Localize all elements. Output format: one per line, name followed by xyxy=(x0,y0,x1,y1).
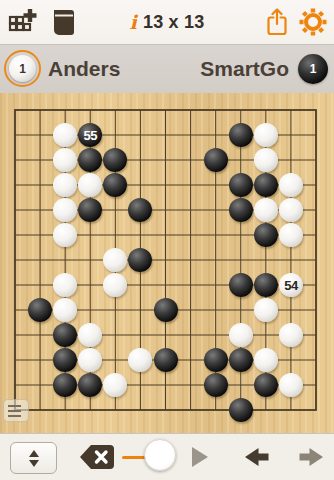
white-stone xyxy=(53,198,77,222)
board-cell[interactable] xyxy=(53,348,78,373)
board-cell[interactable] xyxy=(3,348,28,373)
board-cell[interactable] xyxy=(128,248,153,273)
board-cell[interactable] xyxy=(203,248,228,273)
black-stone xyxy=(204,373,228,397)
board-cell[interactable] xyxy=(28,373,53,398)
white-stone xyxy=(53,123,77,147)
board-cell[interactable] xyxy=(228,298,253,323)
board-cell[interactable] xyxy=(178,223,203,248)
board-cell[interactable] xyxy=(153,223,178,248)
board-cell[interactable] xyxy=(103,148,128,173)
white-stone xyxy=(254,298,278,322)
black-stone xyxy=(53,348,77,372)
board-cell[interactable] xyxy=(278,373,303,398)
board-cell[interactable] xyxy=(53,148,78,173)
board-grid: 5554 xyxy=(3,98,329,423)
board-cell[interactable] xyxy=(253,123,278,148)
board-cell[interactable] xyxy=(128,173,153,198)
black-stone xyxy=(78,148,102,172)
board-cell[interactable] xyxy=(303,198,328,223)
play-button[interactable] xyxy=(192,447,208,467)
board-cell[interactable] xyxy=(303,348,328,373)
black-stone xyxy=(154,298,178,322)
white-stone xyxy=(53,173,77,197)
board-cell[interactable] xyxy=(78,248,103,273)
board-cell[interactable] xyxy=(178,198,203,223)
bottom-toolbar xyxy=(0,433,334,480)
board-cell[interactable] xyxy=(253,323,278,348)
arrow-right-icon xyxy=(299,447,323,467)
black-stone xyxy=(78,373,102,397)
board-cell[interactable] xyxy=(203,373,228,398)
board-cell[interactable] xyxy=(3,148,28,173)
board-cell[interactable] xyxy=(28,323,53,348)
board-cell[interactable] xyxy=(103,323,128,348)
board-cell[interactable] xyxy=(228,273,253,298)
board-cell[interactable] xyxy=(3,223,28,248)
board-cell[interactable] xyxy=(178,173,203,198)
black-stone xyxy=(254,373,278,397)
arrow-left-icon xyxy=(245,447,269,467)
board-cell[interactable] xyxy=(253,98,278,123)
board-cell[interactable] xyxy=(228,348,253,373)
white-stone xyxy=(78,323,102,347)
board-cell[interactable] xyxy=(228,173,253,198)
board-cell[interactable] xyxy=(203,198,228,223)
board-cell[interactable] xyxy=(53,98,78,123)
board-cell[interactable] xyxy=(28,223,53,248)
board-cell[interactable]: 54 xyxy=(278,273,303,298)
board-cell[interactable] xyxy=(303,398,328,423)
board-cell[interactable] xyxy=(203,323,228,348)
share-icon xyxy=(266,8,288,36)
board-cell[interactable] xyxy=(303,298,328,323)
board-cell[interactable] xyxy=(253,173,278,198)
board-cell[interactable] xyxy=(53,323,78,348)
board-cell[interactable] xyxy=(28,148,53,173)
board-cell[interactable] xyxy=(103,198,128,223)
board-cell[interactable] xyxy=(178,148,203,173)
board-cell[interactable] xyxy=(228,123,253,148)
white-stone xyxy=(103,273,127,297)
white-stone xyxy=(53,298,77,322)
board-cell[interactable] xyxy=(53,273,78,298)
board-cell[interactable] xyxy=(3,198,28,223)
black-stone xyxy=(53,373,77,397)
white-stone xyxy=(279,323,303,347)
step-up-icon xyxy=(29,450,39,457)
board-cell[interactable] xyxy=(153,273,178,298)
board-cell[interactable] xyxy=(78,173,103,198)
white-stone xyxy=(279,198,303,222)
board-cell[interactable] xyxy=(203,123,228,148)
board-cell[interactable] xyxy=(53,373,78,398)
board-cell[interactable] xyxy=(178,348,203,373)
board-cell[interactable] xyxy=(178,123,203,148)
board-cell[interactable] xyxy=(228,398,253,423)
black-stone xyxy=(229,273,253,297)
board-cell[interactable] xyxy=(128,148,153,173)
board-cell[interactable] xyxy=(153,373,178,398)
black-stone xyxy=(229,398,253,422)
board-cell[interactable] xyxy=(128,323,153,348)
board-cell[interactable] xyxy=(78,98,103,123)
black-capture-badge: 1 xyxy=(298,54,328,84)
board-cell[interactable] xyxy=(153,248,178,273)
board-cell[interactable] xyxy=(103,373,128,398)
black-stone xyxy=(103,148,127,172)
white-stone xyxy=(254,148,278,172)
board-cell[interactable] xyxy=(178,323,203,348)
board-cell[interactable] xyxy=(303,173,328,198)
board-cell[interactable] xyxy=(128,223,153,248)
new-board-icon xyxy=(8,8,38,37)
board-cell[interactable] xyxy=(303,98,328,123)
board-cell[interactable] xyxy=(303,373,328,398)
white-stone xyxy=(53,148,77,172)
board-cell[interactable] xyxy=(3,123,28,148)
board-cell[interactable] xyxy=(178,273,203,298)
board-cell[interactable] xyxy=(28,248,53,273)
board-cell[interactable] xyxy=(53,298,78,323)
board-cell[interactable] xyxy=(3,248,28,273)
black-stone xyxy=(229,123,253,147)
board-cell[interactable] xyxy=(28,198,53,223)
board-cell[interactable] xyxy=(28,348,53,373)
board-cell[interactable] xyxy=(28,398,53,423)
black-stone xyxy=(254,223,278,247)
white-stone xyxy=(279,173,303,197)
board-cell[interactable] xyxy=(203,298,228,323)
white-stone xyxy=(103,248,127,272)
board-cell[interactable] xyxy=(53,198,78,223)
board-cell[interactable] xyxy=(103,273,128,298)
board-cell[interactable] xyxy=(278,123,303,148)
black-stone xyxy=(103,173,127,197)
step-down-icon xyxy=(29,460,39,467)
board-cell[interactable] xyxy=(203,148,228,173)
board-cell[interactable] xyxy=(228,373,253,398)
board-cell[interactable] xyxy=(128,298,153,323)
board-cell[interactable] xyxy=(253,223,278,248)
board-cell[interactable] xyxy=(278,323,303,348)
board-cell[interactable] xyxy=(303,273,328,298)
black-stone xyxy=(204,148,228,172)
board-cell[interactable] xyxy=(103,348,128,373)
board-cell[interactable]: 55 xyxy=(78,123,103,148)
jump-stepper-button[interactable] xyxy=(10,442,57,474)
board-cell[interactable] xyxy=(153,98,178,123)
black-stone xyxy=(128,248,152,272)
board-cell[interactable] xyxy=(228,98,253,123)
board-cell[interactable] xyxy=(228,198,253,223)
board-cell[interactable] xyxy=(103,123,128,148)
board-cell[interactable] xyxy=(28,98,53,123)
board-cell[interactable] xyxy=(28,173,53,198)
settings-button[interactable] xyxy=(298,7,328,37)
board-cell[interactable] xyxy=(203,273,228,298)
board-cell[interactable] xyxy=(153,348,178,373)
board-cell[interactable] xyxy=(253,148,278,173)
board-cell[interactable] xyxy=(3,373,28,398)
new-game-button[interactable] xyxy=(8,8,38,37)
board-cell[interactable] xyxy=(153,298,178,323)
board-cell[interactable] xyxy=(203,223,228,248)
board-cell[interactable] xyxy=(78,398,103,423)
go-board: 5554 xyxy=(0,93,334,433)
board-cell[interactable] xyxy=(303,323,328,348)
board-cell[interactable] xyxy=(28,298,53,323)
board-cell[interactable] xyxy=(278,223,303,248)
page-title: i 13 x 13 xyxy=(70,0,264,44)
board-cell[interactable] xyxy=(78,373,103,398)
top-toolbar: i 13 x 13 xyxy=(0,0,334,45)
board-cell[interactable] xyxy=(153,148,178,173)
board-cell[interactable] xyxy=(278,348,303,373)
board-cell[interactable] xyxy=(53,398,78,423)
board-cell[interactable] xyxy=(103,398,128,423)
white-stone: 54 xyxy=(279,273,303,297)
board-cell[interactable] xyxy=(28,123,53,148)
board-cell[interactable] xyxy=(103,248,128,273)
board-cell[interactable] xyxy=(303,248,328,273)
delete-move-button[interactable] xyxy=(79,444,115,474)
board-cell[interactable] xyxy=(203,398,228,423)
white-stone xyxy=(128,348,152,372)
board-cell[interactable] xyxy=(178,98,203,123)
white-stone xyxy=(229,323,253,347)
board-cell[interactable] xyxy=(3,323,28,348)
black-stone xyxy=(53,323,77,347)
board-cell[interactable] xyxy=(128,123,153,148)
white-stone xyxy=(254,198,278,222)
board-cell[interactable] xyxy=(103,173,128,198)
board-cell[interactable] xyxy=(228,223,253,248)
black-player-name: SmartGo xyxy=(200,57,289,81)
progress-slider-knob[interactable] xyxy=(144,439,176,471)
black-stone xyxy=(229,348,253,372)
to-move-ring: 1 xyxy=(4,50,41,87)
board-cell[interactable] xyxy=(53,223,78,248)
info-icon[interactable]: i xyxy=(130,11,137,33)
board-cell[interactable] xyxy=(53,123,78,148)
board-cell[interactable] xyxy=(203,98,228,123)
board-cell[interactable] xyxy=(103,298,128,323)
board-cell[interactable] xyxy=(228,148,253,173)
black-stone xyxy=(229,198,253,222)
white-stone xyxy=(78,173,102,197)
black-stone xyxy=(254,173,278,197)
board-cell[interactable] xyxy=(228,323,253,348)
previous-move-button[interactable] xyxy=(245,447,269,471)
gear-icon xyxy=(298,7,328,37)
board-cell[interactable] xyxy=(28,273,53,298)
white-stone xyxy=(279,373,303,397)
board-cell[interactable] xyxy=(3,273,28,298)
board-cell[interactable] xyxy=(303,123,328,148)
board-cell[interactable] xyxy=(203,173,228,198)
board-cell[interactable] xyxy=(278,173,303,198)
backspace-icon xyxy=(79,444,115,470)
board-cell[interactable] xyxy=(128,373,153,398)
board-cell[interactable] xyxy=(153,323,178,348)
board-cell[interactable] xyxy=(303,148,328,173)
white-stone xyxy=(103,373,127,397)
board-cell[interactable] xyxy=(203,348,228,373)
board-cell[interactable] xyxy=(53,173,78,198)
white-capture-badge: 1 xyxy=(9,55,36,82)
white-stone xyxy=(78,348,102,372)
board-cell[interactable] xyxy=(78,348,103,373)
board-cell[interactable] xyxy=(278,398,303,423)
board-cell[interactable] xyxy=(53,248,78,273)
black-stone xyxy=(229,173,253,197)
board-cell[interactable] xyxy=(128,348,153,373)
board-cell[interactable] xyxy=(153,198,178,223)
board-cell[interactable] xyxy=(128,273,153,298)
board-cell[interactable] xyxy=(278,248,303,273)
white-stone xyxy=(53,273,77,297)
black-stone xyxy=(154,348,178,372)
black-stone xyxy=(78,198,102,222)
board-cell[interactable] xyxy=(303,223,328,248)
board-cell[interactable] xyxy=(153,398,178,423)
board-cell[interactable] xyxy=(278,98,303,123)
board-cell[interactable] xyxy=(78,298,103,323)
board-cell[interactable] xyxy=(153,123,178,148)
board-cell[interactable] xyxy=(178,298,203,323)
board-cell[interactable] xyxy=(253,398,278,423)
board-cell[interactable] xyxy=(253,198,278,223)
share-button[interactable] xyxy=(266,8,288,36)
board-cell[interactable] xyxy=(128,198,153,223)
white-stone xyxy=(254,123,278,147)
board-cell[interactable] xyxy=(3,173,28,198)
black-player[interactable]: SmartGo 1 xyxy=(200,54,334,84)
black-stone xyxy=(28,298,52,322)
next-move-button[interactable] xyxy=(299,447,323,471)
black-stone xyxy=(254,273,278,297)
board-cell[interactable] xyxy=(153,173,178,198)
board-cell[interactable] xyxy=(128,398,153,423)
board-cell[interactable] xyxy=(178,248,203,273)
board-cell[interactable] xyxy=(128,98,153,123)
board-cell[interactable] xyxy=(178,373,203,398)
board-cell[interactable] xyxy=(78,148,103,173)
white-player[interactable]: 1 Anders xyxy=(0,50,120,87)
board-cell[interactable] xyxy=(278,298,303,323)
black-stone xyxy=(204,348,228,372)
board-cell[interactable] xyxy=(278,148,303,173)
board-cell[interactable] xyxy=(103,223,128,248)
board-cell[interactable] xyxy=(253,373,278,398)
board-cell[interactable] xyxy=(78,323,103,348)
board-cell[interactable] xyxy=(3,98,28,123)
board-cell[interactable] xyxy=(178,398,203,423)
black-stone xyxy=(128,198,152,222)
board-cell[interactable] xyxy=(78,198,103,223)
board-cell[interactable] xyxy=(228,248,253,273)
white-stone xyxy=(53,223,77,247)
white-stone xyxy=(279,223,303,247)
white-stone xyxy=(254,348,278,372)
board-cell[interactable] xyxy=(78,223,103,248)
board-cell[interactable] xyxy=(253,248,278,273)
board-cell[interactable] xyxy=(3,298,28,323)
board-cell[interactable] xyxy=(78,273,103,298)
player-bar: 1 Anders SmartGo 1 xyxy=(0,44,334,93)
game-tree-handle[interactable] xyxy=(3,399,29,422)
board-cell[interactable] xyxy=(253,348,278,373)
board-cell[interactable] xyxy=(103,98,128,123)
white-player-name: Anders xyxy=(48,57,120,81)
board-size-title: 13 x 13 xyxy=(143,12,204,33)
board-cell[interactable] xyxy=(278,198,303,223)
black-stone: 55 xyxy=(78,123,102,147)
board-cell[interactable] xyxy=(253,273,278,298)
board-cell[interactable] xyxy=(253,298,278,323)
